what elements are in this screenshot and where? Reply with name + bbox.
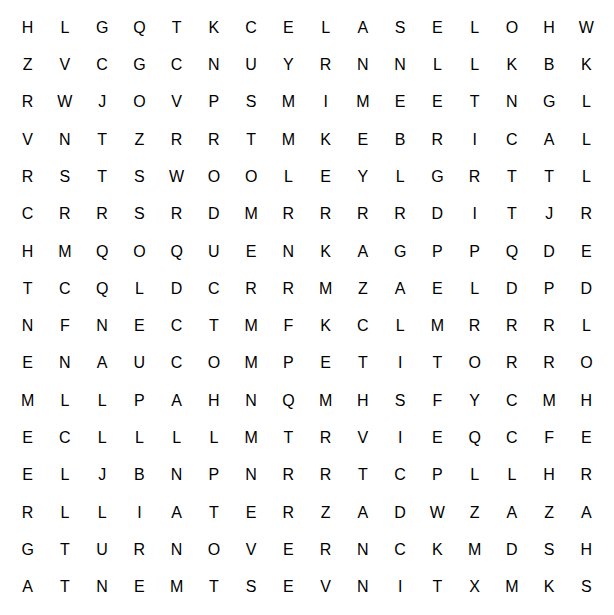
grid-cell[interactable]: K	[307, 308, 344, 345]
grid-cell[interactable]: R	[419, 121, 456, 158]
grid-cell[interactable]: L	[195, 419, 232, 456]
grid-cell[interactable]: V	[158, 84, 195, 121]
grid-cell[interactable]: G	[9, 531, 46, 568]
grid-cell[interactable]: P	[270, 345, 307, 382]
grid-cell[interactable]: L	[158, 419, 195, 456]
grid-cell[interactable]: M	[270, 84, 307, 121]
grid-cell[interactable]: U	[121, 345, 158, 382]
grid-cell[interactable]: N	[84, 569, 121, 606]
grid-cell[interactable]: T	[195, 569, 232, 606]
grid-cell[interactable]: T	[233, 121, 270, 158]
grid-cell[interactable]: T	[84, 121, 121, 158]
grid-cell[interactable]: K	[419, 531, 456, 568]
grid-cell[interactable]: L	[46, 457, 83, 494]
grid-cell[interactable]: D	[568, 270, 605, 307]
grid-cell[interactable]: X	[456, 569, 493, 606]
grid-cell[interactable]: Z	[307, 494, 344, 531]
grid-cell[interactable]: T	[531, 158, 568, 195]
grid-cell[interactable]: S	[382, 9, 419, 46]
grid-cell[interactable]: N	[84, 308, 121, 345]
grid-cell[interactable]: M	[419, 308, 456, 345]
grid-cell[interactable]: O	[233, 158, 270, 195]
grid-cell[interactable]: U	[195, 233, 232, 270]
grid-cell[interactable]: N	[382, 46, 419, 83]
grid-cell[interactable]: M	[456, 531, 493, 568]
grid-cell[interactable]: R	[307, 457, 344, 494]
grid-cell[interactable]: S	[46, 158, 83, 195]
grid-cell[interactable]: E	[344, 121, 381, 158]
grid-cell[interactable]: C	[195, 270, 232, 307]
grid-cell[interactable]: A	[344, 494, 381, 531]
grid-cell[interactable]: Q	[270, 382, 307, 419]
grid-cell[interactable]: A	[158, 382, 195, 419]
grid-cell[interactable]: M	[344, 84, 381, 121]
grid-cell[interactable]: L	[84, 382, 121, 419]
grid-cell[interactable]: T	[419, 569, 456, 606]
grid-cell[interactable]: C	[233, 9, 270, 46]
grid-cell[interactable]: H	[531, 9, 568, 46]
grid-cell[interactable]: B	[531, 46, 568, 83]
grid-cell[interactable]: I	[121, 494, 158, 531]
grid-cell[interactable]: P	[195, 457, 232, 494]
grid-cell[interactable]: I	[307, 84, 344, 121]
grid-cell[interactable]: M	[9, 382, 46, 419]
grid-cell[interactable]: R	[531, 345, 568, 382]
grid-cell[interactable]: E	[270, 569, 307, 606]
grid-cell[interactable]: O	[493, 9, 530, 46]
grid-cell[interactable]: E	[307, 345, 344, 382]
grid-cell[interactable]: N	[344, 46, 381, 83]
grid-cell[interactable]: L	[382, 308, 419, 345]
grid-cell[interactable]: K	[531, 569, 568, 606]
grid-cell[interactable]: T	[344, 457, 381, 494]
grid-cell[interactable]: R	[493, 308, 530, 345]
grid-cell[interactable]: I	[456, 196, 493, 233]
grid-cell[interactable]: P	[195, 84, 232, 121]
grid-cell[interactable]: R	[568, 196, 605, 233]
grid-cell[interactable]: G	[419, 158, 456, 195]
grid-cell[interactable]: Y	[270, 46, 307, 83]
grid-cell[interactable]: P	[456, 233, 493, 270]
grid-cell[interactable]: C	[493, 382, 530, 419]
grid-cell[interactable]: S	[382, 382, 419, 419]
grid-cell[interactable]: L	[419, 46, 456, 83]
grid-cell[interactable]: T	[46, 569, 83, 606]
grid-cell[interactable]: M	[158, 569, 195, 606]
grid-cell[interactable]: M	[46, 233, 83, 270]
grid-cell[interactable]: I	[382, 419, 419, 456]
grid-cell[interactable]: T	[270, 419, 307, 456]
grid-cell[interactable]: R	[9, 494, 46, 531]
grid-cell[interactable]: M	[233, 196, 270, 233]
grid-cell[interactable]: D	[382, 494, 419, 531]
grid-cell[interactable]: R	[307, 46, 344, 83]
grid-cell[interactable]: E	[419, 270, 456, 307]
grid-cell[interactable]: L	[121, 270, 158, 307]
grid-cell[interactable]: L	[84, 494, 121, 531]
grid-cell[interactable]: H	[344, 382, 381, 419]
grid-cell[interactable]: N	[158, 531, 195, 568]
grid-cell[interactable]: E	[121, 308, 158, 345]
grid-cell[interactable]: T	[344, 345, 381, 382]
grid-cell[interactable]: Q	[121, 9, 158, 46]
grid-cell[interactable]: W	[568, 9, 605, 46]
grid-cell[interactable]: U	[233, 46, 270, 83]
grid-cell[interactable]: G	[121, 46, 158, 83]
grid-cell[interactable]: J	[531, 196, 568, 233]
grid-cell[interactable]: Z	[9, 46, 46, 83]
grid-cell[interactable]: T	[493, 196, 530, 233]
grid-cell[interactable]: Q	[84, 233, 121, 270]
grid-cell[interactable]: K	[493, 46, 530, 83]
grid-cell[interactable]: R	[158, 196, 195, 233]
grid-cell[interactable]: E	[568, 233, 605, 270]
grid-cell[interactable]: E	[233, 233, 270, 270]
grid-cell[interactable]: K	[307, 233, 344, 270]
grid-cell[interactable]: N	[270, 233, 307, 270]
grid-cell[interactable]: C	[158, 345, 195, 382]
grid-cell[interactable]: Z	[344, 270, 381, 307]
grid-cell[interactable]: D	[195, 196, 232, 233]
grid-cell[interactable]: B	[121, 457, 158, 494]
grid-cell[interactable]: R	[121, 531, 158, 568]
grid-cell[interactable]: A	[158, 494, 195, 531]
grid-cell[interactable]: C	[382, 531, 419, 568]
grid-cell[interactable]: V	[9, 121, 46, 158]
grid-cell[interactable]: E	[419, 84, 456, 121]
grid-cell[interactable]: T	[456, 84, 493, 121]
grid-cell[interactable]: Q	[456, 419, 493, 456]
grid-cell[interactable]: T	[84, 158, 121, 195]
grid-cell[interactable]: L	[84, 419, 121, 456]
grid-cell[interactable]: E	[270, 531, 307, 568]
grid-cell[interactable]: D	[493, 270, 530, 307]
grid-cell[interactable]: V	[344, 419, 381, 456]
grid-cell[interactable]: E	[270, 9, 307, 46]
grid-cell[interactable]: O	[568, 345, 605, 382]
grid-cell[interactable]: T	[195, 308, 232, 345]
grid-cell[interactable]: E	[9, 345, 46, 382]
grid-cell[interactable]: O	[195, 531, 232, 568]
grid-cell[interactable]: L	[456, 270, 493, 307]
grid-cell[interactable]: R	[270, 196, 307, 233]
grid-cell[interactable]: E	[307, 158, 344, 195]
grid-cell[interactable]: A	[84, 345, 121, 382]
grid-cell[interactable]: R	[307, 419, 344, 456]
grid-cell[interactable]: J	[84, 84, 121, 121]
grid-cell[interactable]: T	[46, 531, 83, 568]
grid-cell[interactable]: R	[493, 345, 530, 382]
grid-cell[interactable]: D	[493, 531, 530, 568]
grid-cell[interactable]: M	[531, 382, 568, 419]
grid-cell[interactable]: R	[456, 308, 493, 345]
grid-cell[interactable]: C	[84, 46, 121, 83]
grid-cell[interactable]: L	[46, 382, 83, 419]
grid-cell[interactable]: E	[121, 569, 158, 606]
grid-cell[interactable]: A	[344, 233, 381, 270]
grid-cell[interactable]: R	[344, 196, 381, 233]
grid-cell[interactable]: T	[9, 270, 46, 307]
grid-cell[interactable]: H	[195, 382, 232, 419]
grid-cell[interactable]: T	[195, 494, 232, 531]
grid-cell[interactable]: C	[382, 457, 419, 494]
grid-cell[interactable]: L	[382, 158, 419, 195]
grid-cell[interactable]: S	[121, 158, 158, 195]
grid-cell[interactable]: P	[121, 382, 158, 419]
grid-cell[interactable]: A	[382, 270, 419, 307]
grid-cell[interactable]: R	[158, 121, 195, 158]
grid-cell[interactable]: R	[46, 196, 83, 233]
grid-cell[interactable]: N	[9, 308, 46, 345]
grid-cell[interactable]: L	[121, 419, 158, 456]
grid-cell[interactable]: H	[9, 9, 46, 46]
grid-cell[interactable]: Q	[84, 270, 121, 307]
grid-cell[interactable]: F	[270, 308, 307, 345]
grid-cell[interactable]: L	[456, 457, 493, 494]
grid-cell[interactable]: N	[344, 531, 381, 568]
grid-cell[interactable]: Z	[531, 494, 568, 531]
grid-cell[interactable]: E	[233, 494, 270, 531]
grid-cell[interactable]: N	[344, 569, 381, 606]
grid-cell[interactable]: Z	[456, 494, 493, 531]
grid-cell[interactable]: R	[233, 270, 270, 307]
grid-cell[interactable]: I	[382, 569, 419, 606]
grid-cell[interactable]: N	[158, 457, 195, 494]
grid-cell[interactable]: M	[233, 308, 270, 345]
grid-cell[interactable]: R	[270, 457, 307, 494]
grid-cell[interactable]: N	[233, 457, 270, 494]
grid-cell[interactable]: E	[568, 419, 605, 456]
grid-cell[interactable]: W	[419, 494, 456, 531]
grid-cell[interactable]: R	[195, 121, 232, 158]
grid-cell[interactable]: E	[9, 457, 46, 494]
grid-cell[interactable]: M	[307, 270, 344, 307]
grid-cell[interactable]: D	[158, 270, 195, 307]
grid-cell[interactable]: A	[531, 121, 568, 158]
grid-cell[interactable]: P	[419, 233, 456, 270]
grid-cell[interactable]: M	[307, 382, 344, 419]
grid-cell[interactable]: L	[568, 84, 605, 121]
grid-cell[interactable]: D	[531, 233, 568, 270]
grid-cell[interactable]: C	[493, 121, 530, 158]
grid-cell[interactable]: R	[568, 457, 605, 494]
grid-cell[interactable]: M	[233, 345, 270, 382]
grid-cell[interactable]: F	[531, 419, 568, 456]
grid-cell[interactable]: M	[233, 419, 270, 456]
grid-cell[interactable]: E	[9, 419, 46, 456]
grid-cell[interactable]: Y	[344, 158, 381, 195]
grid-cell[interactable]: C	[46, 270, 83, 307]
grid-cell[interactable]: K	[568, 46, 605, 83]
grid-cell[interactable]: V	[233, 531, 270, 568]
grid-cell[interactable]: A	[9, 569, 46, 606]
grid-cell[interactable]: O	[195, 345, 232, 382]
grid-cell[interactable]: A	[344, 9, 381, 46]
grid-cell[interactable]: R	[9, 84, 46, 121]
grid-cell[interactable]: T	[158, 9, 195, 46]
grid-cell[interactable]: R	[307, 531, 344, 568]
grid-cell[interactable]: S	[531, 531, 568, 568]
grid-cell[interactable]: E	[382, 84, 419, 121]
grid-cell[interactable]: J	[84, 457, 121, 494]
grid-cell[interactable]: S	[233, 84, 270, 121]
grid-cell[interactable]: H	[568, 382, 605, 419]
grid-cell[interactable]: C	[344, 308, 381, 345]
grid-cell[interactable]: R	[84, 196, 121, 233]
grid-cell[interactable]: Q	[158, 233, 195, 270]
grid-cell[interactable]: Q	[493, 233, 530, 270]
grid-cell[interactable]: Z	[121, 121, 158, 158]
grid-cell[interactable]: F	[46, 308, 83, 345]
grid-cell[interactable]: O	[121, 233, 158, 270]
grid-cell[interactable]: R	[270, 270, 307, 307]
grid-cell[interactable]: S	[568, 569, 605, 606]
grid-cell[interactable]: V	[307, 569, 344, 606]
grid-cell[interactable]: I	[382, 345, 419, 382]
grid-cell[interactable]: S	[121, 196, 158, 233]
grid-cell[interactable]: R	[382, 196, 419, 233]
grid-cell[interactable]: L	[568, 158, 605, 195]
word-search-grid: HLGQTKCELASELOHWZVCGCNUYRNNLLKBKRWJOVPSM…	[0, 0, 614, 615]
grid-cell[interactable]: N	[46, 121, 83, 158]
grid-cell[interactable]: L	[46, 494, 83, 531]
grid-cell[interactable]: C	[46, 419, 83, 456]
grid-cell[interactable]: L	[456, 46, 493, 83]
grid-cell[interactable]: L	[568, 308, 605, 345]
grid-cell[interactable]: P	[531, 270, 568, 307]
grid-cell[interactable]: R	[9, 158, 46, 195]
grid-cell[interactable]: H	[568, 531, 605, 568]
grid-cell[interactable]: T	[493, 158, 530, 195]
grid-cell[interactable]: L	[493, 457, 530, 494]
grid-cell[interactable]: S	[233, 569, 270, 606]
grid-cell[interactable]: O	[121, 84, 158, 121]
grid-cell[interactable]: K	[195, 9, 232, 46]
grid-cell[interactable]: R	[307, 196, 344, 233]
grid-cell[interactable]: O	[456, 345, 493, 382]
grid-cell[interactable]: I	[456, 121, 493, 158]
grid-cell[interactable]: N	[233, 382, 270, 419]
grid-cell[interactable]: A	[493, 494, 530, 531]
grid-cell[interactable]: G	[382, 233, 419, 270]
grid-cell[interactable]: C	[158, 46, 195, 83]
grid-cell[interactable]: C	[493, 419, 530, 456]
grid-cell[interactable]: G	[531, 84, 568, 121]
grid-cell[interactable]: R	[531, 308, 568, 345]
grid-cell[interactable]: A	[568, 494, 605, 531]
grid-cell[interactable]: N	[46, 345, 83, 382]
grid-cell[interactable]: U	[84, 531, 121, 568]
grid-cell[interactable]: L	[270, 158, 307, 195]
grid-cell[interactable]: Y	[456, 382, 493, 419]
grid-cell[interactable]: L	[568, 121, 605, 158]
grid-cell[interactable]: E	[419, 419, 456, 456]
grid-cell[interactable]: M	[493, 569, 530, 606]
grid-cell[interactable]: H	[531, 457, 568, 494]
grid-cell[interactable]: K	[307, 121, 344, 158]
grid-cell[interactable]: L	[456, 9, 493, 46]
grid-cell[interactable]: N	[195, 46, 232, 83]
grid-cell[interactable]: M	[270, 121, 307, 158]
grid-cell[interactable]: T	[419, 345, 456, 382]
grid-cell[interactable]: N	[493, 84, 530, 121]
grid-cell[interactable]: W	[46, 84, 83, 121]
grid-cell[interactable]: H	[9, 233, 46, 270]
grid-cell[interactable]: D	[419, 196, 456, 233]
grid-cell[interactable]: R	[270, 494, 307, 531]
grid-cell[interactable]: C	[158, 308, 195, 345]
grid-cell[interactable]: L	[307, 9, 344, 46]
grid-cell[interactable]: R	[456, 158, 493, 195]
grid-cell[interactable]: G	[84, 9, 121, 46]
grid-cell[interactable]: F	[419, 382, 456, 419]
grid-cell[interactable]: E	[419, 9, 456, 46]
grid-cell[interactable]: O	[195, 158, 232, 195]
grid-cell[interactable]: C	[9, 196, 46, 233]
grid-cell[interactable]: B	[382, 121, 419, 158]
grid-cell[interactable]: P	[419, 457, 456, 494]
grid-cell[interactable]: L	[46, 9, 83, 46]
grid-cell[interactable]: W	[158, 158, 195, 195]
grid-cell[interactable]: V	[46, 46, 83, 83]
